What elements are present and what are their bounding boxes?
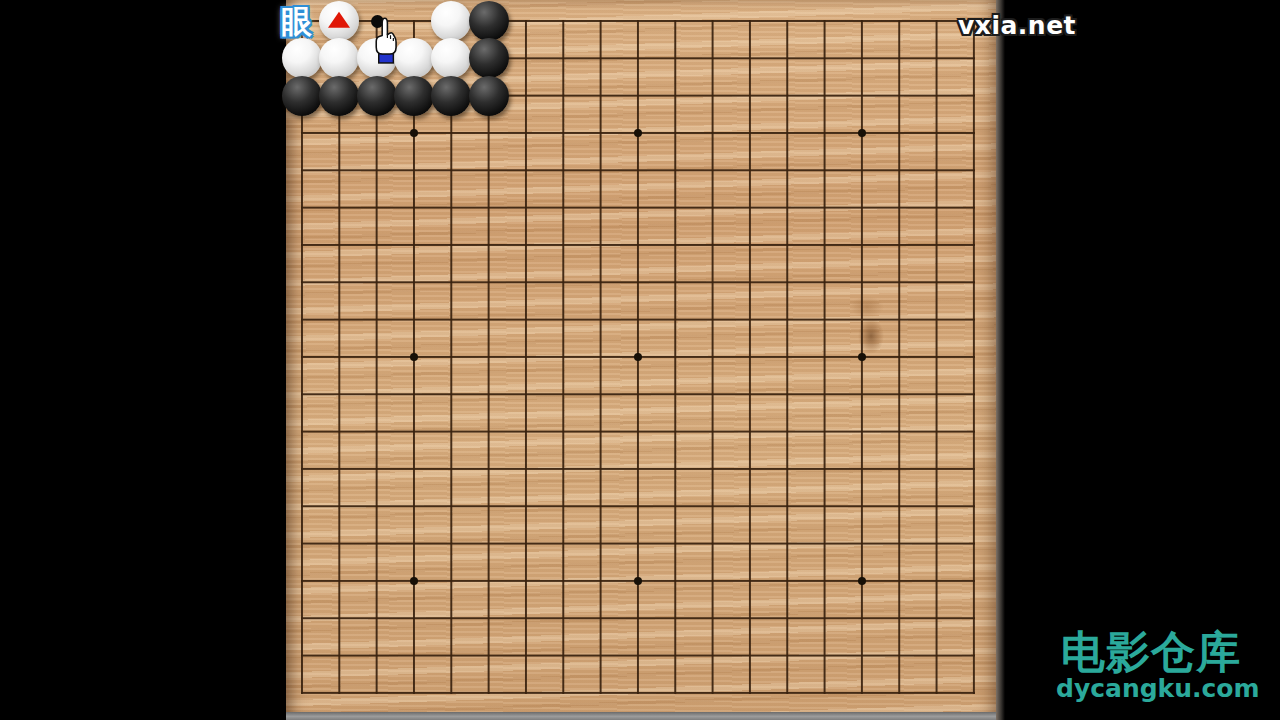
white-stone [319,1,359,41]
letterbox-right [1005,0,1280,720]
white-stone [431,1,471,41]
frame-bottom-strip [286,712,1005,720]
white-stone [319,38,359,78]
black-stone [431,76,471,116]
star-point [858,353,866,361]
white-stone [431,38,471,78]
white-stone [357,38,397,78]
black-stone [282,76,322,116]
black-stone [394,76,434,116]
logo-domain: dycangku.com [1056,676,1246,701]
black-stone [469,38,509,78]
stones-grid[interactable] [283,2,992,711]
star-point [858,577,866,585]
black-stone [357,76,397,116]
watermark: vxia.net [958,11,1076,40]
star-point [410,577,418,585]
video-frame: 眼 vxia.net 电影仓库 dycangku.com [0,0,1280,720]
board-right-edge [996,0,1005,720]
star-point [410,129,418,137]
star-point [858,129,866,137]
logo-title: 电影仓库 [1056,628,1246,676]
site-logo: 电影仓库 dycangku.com [1056,628,1246,701]
black-stone [469,76,509,116]
white-stone [394,38,434,78]
white-stone [282,38,322,78]
go-board[interactable]: 眼 [286,0,996,720]
letterbox-left [0,0,286,720]
star-point [634,129,642,137]
star-point [410,353,418,361]
black-stone [469,1,509,41]
star-point [634,577,642,585]
star-point [634,353,642,361]
triangle-marker-icon [328,12,350,28]
lesson-label: 眼 [281,1,311,43]
black-stone [319,76,359,116]
